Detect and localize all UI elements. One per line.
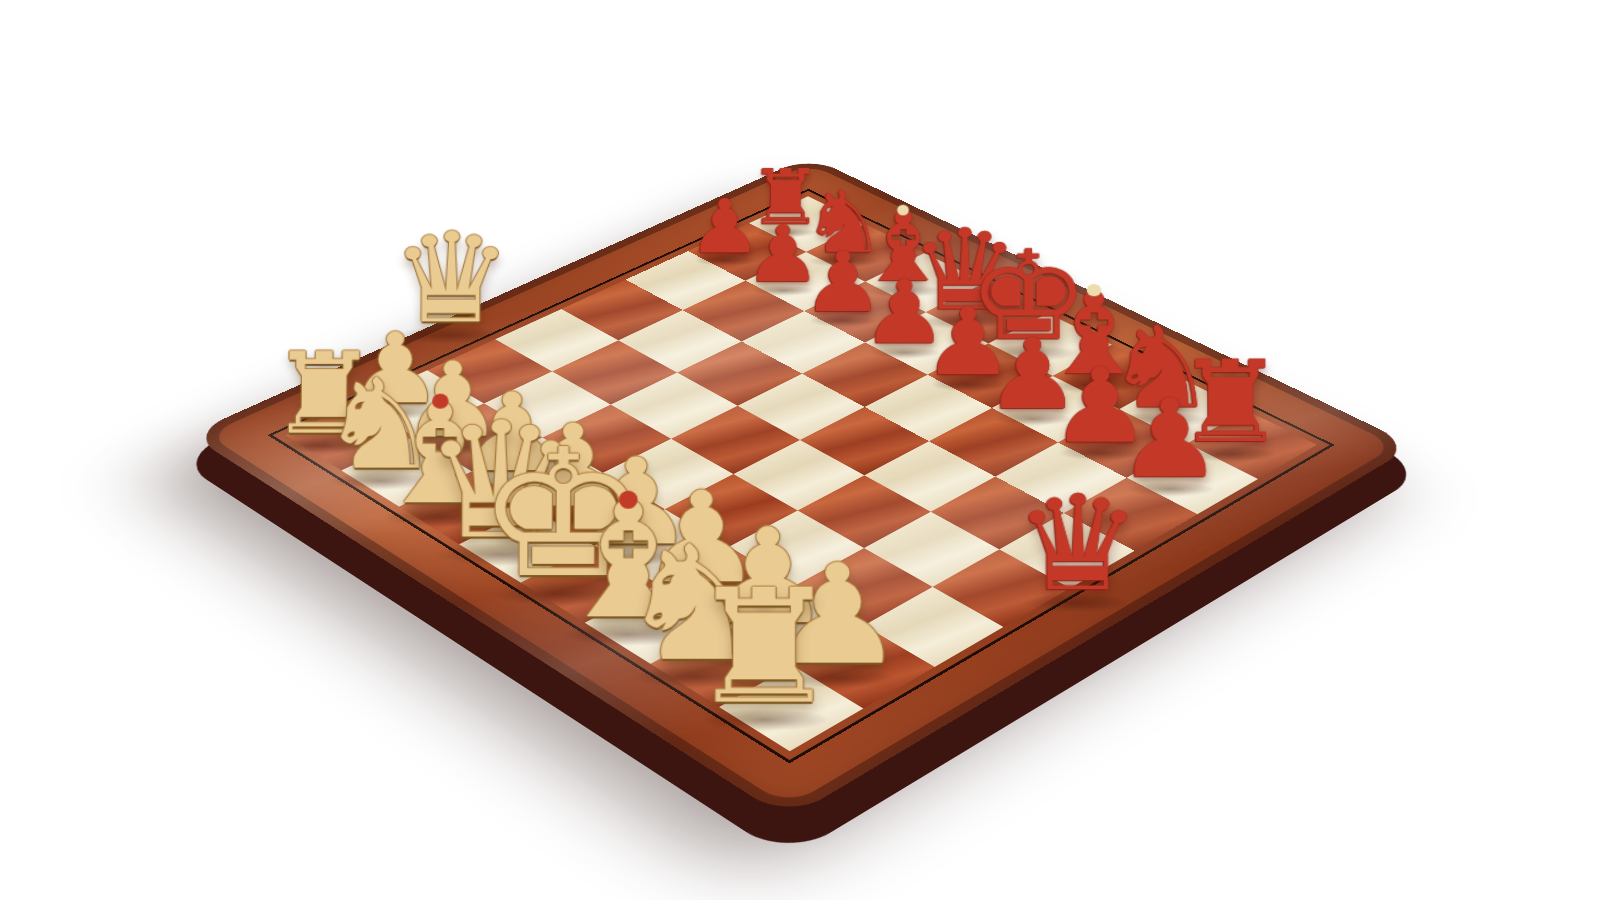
board-plane: ♜♞♝♛♚♝♞♜♟♟♟♟♟♟♟♟♟♟♟♟♟♟♟♟♜♞♝♛♚♝♞♜ ♛♛ [189,156,1414,819]
offboard-red-queen[interactable]: ♛ [1013,481,1143,606]
scene: ♜♞♝♛♚♝♞♜♟♟♟♟♟♟♟♟♟♟♟♟♟♟♟♟♜♞♝♛♚♝♞♜ ♛♛ [0,0,1600,900]
piece-white-rook-h1[interactable]: ♜ [687,574,841,723]
